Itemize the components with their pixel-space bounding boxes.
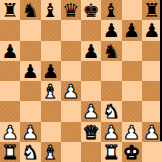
piece-black-bishop[interactable]: ♝ [103,0,120,20]
piece-white-pawn[interactable]: ♟ [103,122,120,142]
window-edge-right [160,0,162,141]
piece-white-bishop[interactable]: ♝ [42,81,59,101]
square-g1[interactable]: ♚ [122,142,142,162]
piece-black-pawn[interactable]: ♟ [2,41,19,61]
square-a6[interactable]: ♟ [0,41,20,61]
piece-white-knight[interactable]: ♞ [103,101,120,121]
chess-board-window: ♜♞♝♛♚♝♜♟♟♟♟♟♞♟♟♝♟♟♞♟♟♛♟♟♟♜♞♝♜♚ [0,0,162,162]
piece-white-pawn[interactable]: ♟ [62,81,79,101]
square-a3[interactable] [0,101,20,121]
square-c6[interactable] [41,41,61,61]
square-d4[interactable]: ♟ [61,81,81,101]
piece-white-pawn[interactable]: ♟ [143,122,160,142]
square-h7[interactable]: ♟ [142,20,162,40]
piece-black-bishop[interactable]: ♝ [42,0,59,20]
square-g6[interactable] [122,41,142,61]
square-e3[interactable]: ♟ [81,101,101,121]
square-c7[interactable] [41,20,61,40]
square-f7[interactable]: ♟ [101,20,121,40]
square-c8[interactable]: ♝ [41,0,61,20]
square-g4[interactable] [122,81,142,101]
piece-white-bishop[interactable]: ♝ [42,142,59,162]
piece-black-pawn[interactable]: ♟ [143,20,160,40]
square-e6[interactable]: ♟ [81,41,101,61]
square-g2[interactable]: ♟ [122,122,142,142]
square-a2[interactable]: ♟ [0,122,20,142]
square-e1[interactable] [81,142,101,162]
square-d2[interactable] [61,122,81,142]
piece-black-queen[interactable]: ♛ [62,0,79,20]
chess-board: ♜♞♝♛♚♝♜♟♟♟♟♟♞♟♟♝♟♟♞♟♟♛♟♟♟♜♞♝♜♚ [0,0,162,162]
square-f2[interactable]: ♟ [101,122,121,142]
square-a4[interactable] [0,81,20,101]
piece-white-king[interactable]: ♚ [123,142,140,162]
square-f6[interactable]: ♞ [101,41,121,61]
piece-black-pawn[interactable]: ♟ [42,61,59,81]
piece-white-queen[interactable]: ♛ [83,122,100,142]
square-e8[interactable]: ♚ [81,0,101,20]
piece-white-rook[interactable]: ♜ [2,142,19,162]
piece-white-pawn[interactable]: ♟ [123,122,140,142]
square-d1[interactable] [61,142,81,162]
square-b5[interactable]: ♟ [20,61,40,81]
square-a8[interactable]: ♜ [0,0,20,20]
square-f3[interactable]: ♞ [101,101,121,121]
piece-black-knight[interactable]: ♞ [103,41,120,61]
square-d3[interactable] [61,101,81,121]
square-h4[interactable] [142,81,162,101]
square-e5[interactable] [81,61,101,81]
square-g3[interactable] [122,101,142,121]
square-g8[interactable] [122,0,142,20]
square-h3[interactable] [142,101,162,121]
square-h1[interactable] [142,142,162,162]
square-b6[interactable] [20,41,40,61]
piece-white-knight[interactable]: ♞ [22,142,39,162]
square-b8[interactable]: ♞ [20,0,40,20]
square-d7[interactable] [61,20,81,40]
square-c3[interactable] [41,101,61,121]
square-e2[interactable]: ♛ [81,122,101,142]
square-a7[interactable] [0,20,20,40]
piece-black-rook[interactable]: ♜ [143,0,160,20]
square-c1[interactable]: ♝ [41,142,61,162]
square-c2[interactable] [41,122,61,142]
square-c4[interactable]: ♝ [41,81,61,101]
square-d5[interactable] [61,61,81,81]
square-e4[interactable] [81,81,101,101]
square-d8[interactable]: ♛ [61,0,81,20]
square-b3[interactable] [20,101,40,121]
square-e7[interactable] [81,20,101,40]
piece-black-pawn[interactable]: ♟ [123,20,140,40]
piece-black-knight[interactable]: ♞ [22,0,39,20]
piece-white-pawn[interactable]: ♟ [2,122,19,142]
piece-black-pawn[interactable]: ♟ [83,41,100,61]
square-b4[interactable] [20,81,40,101]
square-h8[interactable]: ♜ [142,0,162,20]
square-g7[interactable]: ♟ [122,20,142,40]
piece-white-rook[interactable]: ♜ [103,142,120,162]
square-g5[interactable] [122,61,142,81]
square-a5[interactable] [0,61,20,81]
square-c5[interactable]: ♟ [41,61,61,81]
piece-black-king[interactable]: ♚ [83,0,100,20]
piece-black-pawn[interactable]: ♟ [22,61,39,81]
piece-white-pawn[interactable]: ♟ [22,122,39,142]
square-b2[interactable]: ♟ [20,122,40,142]
piece-black-pawn[interactable]: ♟ [103,20,120,40]
piece-black-rook[interactable]: ♜ [2,0,19,20]
square-h2[interactable]: ♟ [142,122,162,142]
square-h6[interactable] [142,41,162,61]
square-b1[interactable]: ♞ [20,142,40,162]
square-b7[interactable] [20,20,40,40]
square-h5[interactable] [142,61,162,81]
square-f4[interactable] [101,81,121,101]
piece-white-pawn[interactable]: ♟ [83,101,100,121]
square-f8[interactable]: ♝ [101,0,121,20]
square-a1[interactable]: ♜ [0,142,20,162]
square-d6[interactable] [61,41,81,61]
square-f5[interactable] [101,61,121,81]
square-f1[interactable]: ♜ [101,142,121,162]
